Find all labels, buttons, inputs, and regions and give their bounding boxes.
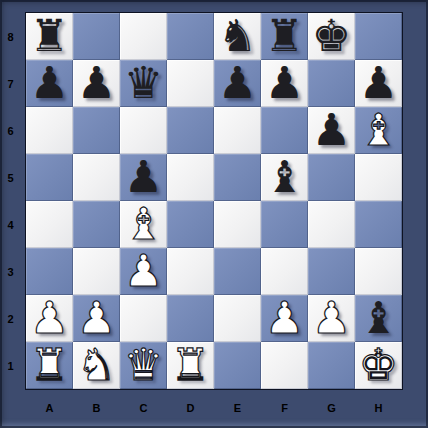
black-rook-a8[interactable]: ♜ <box>30 12 69 59</box>
square-f5[interactable]: ♝ <box>261 154 308 201</box>
rank-label-8: 8 <box>0 13 26 60</box>
square-c7[interactable]: ♛ <box>120 60 167 107</box>
square-f1[interactable] <box>261 342 308 389</box>
square-a6[interactable] <box>26 107 73 154</box>
square-h4[interactable] <box>355 201 402 248</box>
square-e2[interactable] <box>214 295 261 342</box>
square-c6[interactable] <box>120 107 167 154</box>
black-pawn-a7[interactable]: ♟ <box>30 59 69 106</box>
square-a3[interactable] <box>26 248 73 295</box>
square-h3[interactable] <box>355 248 402 295</box>
square-a8[interactable]: ♜ <box>26 13 73 60</box>
square-b1[interactable]: ♞ <box>73 342 120 389</box>
rank-labels: 8 7 6 5 4 3 2 1 <box>0 13 26 389</box>
black-pawn-e7[interactable]: ♟ <box>218 59 257 106</box>
square-b8[interactable] <box>73 13 120 60</box>
white-rook-d1[interactable]: ♜ <box>171 341 210 388</box>
white-knight-b1[interactable]: ♞ <box>77 341 116 388</box>
rank-label-3: 3 <box>0 248 26 295</box>
file-label-e: E <box>214 389 261 423</box>
square-h5[interactable] <box>355 154 402 201</box>
square-f4[interactable] <box>261 201 308 248</box>
square-d4[interactable] <box>167 201 214 248</box>
file-label-a: A <box>26 389 73 423</box>
black-pawn-b7[interactable]: ♟ <box>77 59 116 106</box>
white-pawn-a2[interactable]: ♟ <box>30 294 69 341</box>
black-queen-c7[interactable]: ♛ <box>124 59 163 106</box>
rank-label-7: 7 <box>0 60 26 107</box>
square-e5[interactable] <box>214 154 261 201</box>
square-a5[interactable] <box>26 154 73 201</box>
square-a4[interactable] <box>26 201 73 248</box>
square-g5[interactable] <box>308 154 355 201</box>
file-label-f: F <box>261 389 308 423</box>
square-e4[interactable] <box>214 201 261 248</box>
white-pawn-g2[interactable]: ♟ <box>312 294 351 341</box>
square-b3[interactable] <box>73 248 120 295</box>
square-d1[interactable]: ♜ <box>167 342 214 389</box>
square-e7[interactable]: ♟ <box>214 60 261 107</box>
square-c1[interactable]: ♛ <box>120 342 167 389</box>
white-pawn-f2[interactable]: ♟ <box>265 294 304 341</box>
square-d7[interactable] <box>167 60 214 107</box>
square-c8[interactable] <box>120 13 167 60</box>
square-d8[interactable] <box>167 13 214 60</box>
square-e6[interactable] <box>214 107 261 154</box>
square-c2[interactable] <box>120 295 167 342</box>
square-b5[interactable] <box>73 154 120 201</box>
rank-label-5: 5 <box>0 154 26 201</box>
square-d2[interactable] <box>167 295 214 342</box>
rank-label-6: 6 <box>0 107 26 154</box>
square-f2[interactable]: ♟ <box>261 295 308 342</box>
square-a7[interactable]: ♟ <box>26 60 73 107</box>
file-label-h: H <box>355 389 402 423</box>
square-f3[interactable] <box>261 248 308 295</box>
square-g2[interactable]: ♟ <box>308 295 355 342</box>
chess-board: ♜♞♜♚♟♟♛♟♟♟♟♝♟♝♝♟♟♟♟♟♝♜♞♛♜♚ <box>26 13 402 389</box>
square-b7[interactable]: ♟ <box>73 60 120 107</box>
square-c4[interactable]: ♝ <box>120 201 167 248</box>
rank-label-2: 2 <box>0 295 26 342</box>
white-bishop-h6[interactable]: ♝ <box>359 106 398 153</box>
square-g1[interactable] <box>308 342 355 389</box>
black-bishop-f5[interactable]: ♝ <box>265 153 304 200</box>
square-d3[interactable] <box>167 248 214 295</box>
square-f6[interactable] <box>261 107 308 154</box>
square-e8[interactable]: ♞ <box>214 13 261 60</box>
white-pawn-b2[interactable]: ♟ <box>77 294 116 341</box>
square-b6[interactable] <box>73 107 120 154</box>
square-c5[interactable]: ♟ <box>120 154 167 201</box>
white-queen-c1[interactable]: ♛ <box>124 341 163 388</box>
square-h6[interactable]: ♝ <box>355 107 402 154</box>
file-labels: A B C D E F G H <box>26 389 402 423</box>
square-f7[interactable]: ♟ <box>261 60 308 107</box>
file-label-b: B <box>73 389 120 423</box>
square-g6[interactable]: ♟ <box>308 107 355 154</box>
square-a2[interactable]: ♟ <box>26 295 73 342</box>
white-bishop-c4[interactable]: ♝ <box>124 200 163 247</box>
square-g7[interactable] <box>308 60 355 107</box>
white-king-h1[interactable]: ♚ <box>359 341 398 388</box>
black-pawn-c5[interactable]: ♟ <box>124 153 163 200</box>
white-pawn-c3[interactable]: ♟ <box>124 247 163 294</box>
square-d5[interactable] <box>167 154 214 201</box>
file-label-g: G <box>308 389 355 423</box>
black-bishop-h2[interactable]: ♝ <box>359 294 398 341</box>
square-g8[interactable]: ♚ <box>308 13 355 60</box>
black-rook-f8[interactable]: ♜ <box>265 12 304 59</box>
square-g4[interactable] <box>308 201 355 248</box>
black-pawn-h7[interactable]: ♟ <box>359 59 398 106</box>
square-b4[interactable] <box>73 201 120 248</box>
square-a1[interactable]: ♜ <box>26 342 73 389</box>
square-h2[interactable]: ♝ <box>355 295 402 342</box>
black-king-g8[interactable]: ♚ <box>312 12 351 59</box>
black-pawn-f7[interactable]: ♟ <box>265 59 304 106</box>
square-g3[interactable] <box>308 248 355 295</box>
square-e1[interactable] <box>214 342 261 389</box>
square-h8[interactable] <box>355 13 402 60</box>
square-h1[interactable]: ♚ <box>355 342 402 389</box>
file-label-d: D <box>167 389 214 423</box>
square-b2[interactable]: ♟ <box>73 295 120 342</box>
square-e3[interactable] <box>214 248 261 295</box>
rank-label-1: 1 <box>0 342 26 389</box>
square-f8[interactable]: ♜ <box>261 13 308 60</box>
rank-label-4: 4 <box>0 201 26 248</box>
file-label-c: C <box>120 389 167 423</box>
square-d6[interactable] <box>167 107 214 154</box>
white-rook-a1[interactable]: ♜ <box>30 341 69 388</box>
square-c3[interactable]: ♟ <box>120 248 167 295</box>
square-h7[interactable]: ♟ <box>355 60 402 107</box>
board-frame: 8 7 6 5 4 3 2 1 ♜♞♜♚♟♟♛♟♟♟♟♝♟♝♝♟♟♟♟♟♝♜♞♛… <box>0 0 428 428</box>
black-knight-e8[interactable]: ♞ <box>218 12 257 59</box>
black-pawn-g6[interactable]: ♟ <box>312 106 351 153</box>
